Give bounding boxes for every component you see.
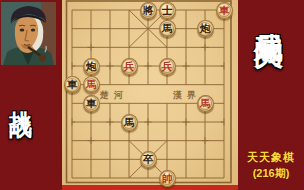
piece-black-chariot[interactable]: 車 xyxy=(64,76,81,93)
episode-label: (216期) xyxy=(238,166,304,181)
piece-black-horse[interactable]: 馬 xyxy=(121,114,138,131)
piece-red-horse[interactable]: 馬 xyxy=(83,76,100,93)
van-gogh-portrait-image xyxy=(1,2,56,65)
river-label-chu: 楚河 xyxy=(100,89,128,102)
app-name: 天天象棋 xyxy=(238,150,304,165)
piece-red-chariot[interactable]: 車 xyxy=(216,2,233,19)
piece-black-chariot[interactable]: 車 xyxy=(83,95,100,112)
piece-black-general[interactable]: 將 xyxy=(140,2,157,19)
mode-caption: 残局闯关 xyxy=(254,9,283,17)
piece-black-horse[interactable]: 馬 xyxy=(159,20,176,37)
piece-red-soldier[interactable]: 兵 xyxy=(159,58,176,75)
piece-black-soldier[interactable]: 卒 xyxy=(140,151,157,168)
xiangqi-board[interactable]: 楚河 漢界 將士車馬炮炮兵兵車馬車馬馬卒帥 xyxy=(62,0,238,185)
piece-black-cannon[interactable]: 炮 xyxy=(197,20,214,37)
challenge-caption: 挑战 xyxy=(9,93,32,101)
app-credit: 天天象棋 (216期) xyxy=(238,150,304,181)
piece-red-horse[interactable]: 馬 xyxy=(197,95,214,112)
piece-black-cannon[interactable]: 炮 xyxy=(83,58,100,75)
thumbnail-stage: 楚河 漢界 將士車馬炮炮兵兵車馬車馬馬卒帥 挑战 残局闯关 xyxy=(0,0,304,190)
piece-black-advisor[interactable]: 士 xyxy=(159,2,176,19)
bottom-accent-bar xyxy=(62,185,238,190)
piece-red-general[interactable]: 帥 xyxy=(159,170,176,187)
piece-red-soldier[interactable]: 兵 xyxy=(121,58,138,75)
